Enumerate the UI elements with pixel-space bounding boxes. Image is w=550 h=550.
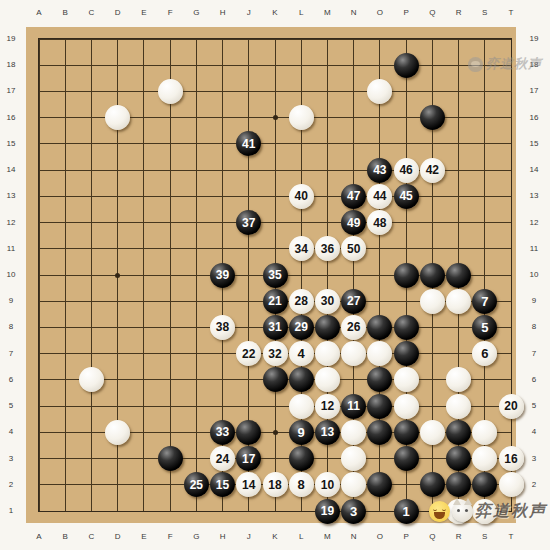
stone-black: 27 [341,289,366,314]
move-number: 32 [268,347,281,361]
stone-white [341,420,366,445]
stone-white: 34 [289,236,314,261]
row-label-right: 14 [530,166,539,174]
stone-black [394,263,419,288]
stone-black [315,315,340,340]
move-number: 45 [399,189,412,203]
col-label-bottom: M [324,533,331,541]
stone-black [420,263,445,288]
col-label-top: B [63,9,68,17]
go-kifu-screenshot: AABBCCDDEEFFGGHHJJKKLLMMNNOOPPQQRRSSTT11… [0,0,550,550]
move-number: 46 [399,163,412,177]
col-label-top: Q [429,9,435,17]
watermark-text: 弈道秋声 [486,55,542,73]
row-label-left: 16 [7,114,16,122]
stone-black [420,105,445,130]
stone-white [158,79,183,104]
star-point [273,115,278,120]
stone-black [263,367,288,392]
stone-black [158,446,183,471]
col-label-top: L [299,9,303,17]
laughing-emoji-icon [429,501,450,522]
stone-black: 43 [367,158,392,183]
row-label-right: 9 [532,297,536,305]
move-number: 38 [216,320,229,334]
col-label-bottom: L [299,533,303,541]
move-number: 31 [268,320,281,334]
move-number: 6 [481,346,488,361]
col-label-bottom: B [63,533,68,541]
col-label-top: F [168,9,173,17]
stone-white [499,472,524,497]
col-label-top: M [324,9,331,17]
row-label-right: 8 [532,323,536,331]
stone-black [394,420,419,445]
move-number: 47 [347,189,360,203]
stone-black: 9 [289,420,314,445]
row-label-right: 6 [532,376,536,384]
stone-white [394,394,419,419]
col-label-top: J [247,9,251,17]
row-label-right: 12 [530,219,539,227]
row-label-left: 2 [9,481,13,489]
stone-white: 12 [315,394,340,419]
row-label-right: 7 [532,350,536,358]
col-label-bottom: R [456,533,462,541]
stone-black [289,367,314,392]
col-label-bottom: H [220,533,226,541]
row-label-right: 3 [532,455,536,463]
col-label-bottom: G [193,533,199,541]
row-label-right: 17 [530,87,539,95]
col-label-top: O [377,9,383,17]
col-label-bottom: J [247,533,251,541]
row-label-right: 10 [530,271,539,279]
col-label-top: K [272,9,277,17]
watermark-top-right: 弈道秋声 [468,55,542,73]
row-label-left: 7 [9,350,13,358]
move-number: 21 [268,294,281,308]
stone-black [394,446,419,471]
col-label-top: N [351,9,357,17]
move-number: 42 [426,163,439,177]
move-number: 7 [481,294,488,309]
row-label-left: 1 [9,507,13,515]
move-number: 41 [242,137,255,151]
stone-white: 26 [341,315,366,340]
star-point [273,430,278,435]
stone-black: 29 [289,315,314,340]
row-label-left: 8 [9,323,13,331]
row-label-left: 19 [7,35,16,43]
stone-white [105,420,130,445]
stone-white [446,289,471,314]
move-number: 48 [373,216,386,230]
move-number: 29 [295,320,308,334]
row-label-left: 18 [7,61,16,69]
stone-black: 45 [394,184,419,209]
move-number: 20 [504,399,517,413]
col-label-top: R [456,9,462,17]
stone-black [394,341,419,366]
row-label-left: 5 [9,402,13,410]
move-number: 25 [190,478,203,492]
publisher-logo-icon [468,57,483,72]
col-label-top: P [403,9,408,17]
stone-black: 47 [341,184,366,209]
move-number: 24 [216,452,229,466]
stone-black: 13 [315,420,340,445]
stone-white [315,341,340,366]
move-number: 11 [347,399,360,413]
stone-white: 32 [263,341,288,366]
stone-black [367,394,392,419]
move-number: 28 [295,294,308,308]
row-label-left: 3 [9,455,13,463]
stone-white: 20 [499,394,524,419]
row-label-left: 12 [7,219,16,227]
stone-black [394,315,419,340]
col-label-top: H [220,9,226,17]
stone-white: 38 [210,315,235,340]
stone-white: 42 [420,158,445,183]
stone-black: 19 [315,499,340,524]
move-number: 9 [298,425,305,440]
move-number: 33 [216,425,229,439]
move-number: 39 [216,268,229,282]
move-number: 43 [373,163,386,177]
move-number: 40 [295,189,308,203]
stone-black: 7 [472,289,497,314]
move-number: 36 [321,242,334,256]
col-label-bottom: A [36,533,41,541]
row-label-right: 11 [530,245,538,253]
move-number: 22 [242,347,255,361]
stone-black [236,420,261,445]
row-label-left: 11 [7,245,15,253]
move-number: 13 [321,425,334,439]
col-label-top: C [89,9,95,17]
move-number: 37 [242,216,255,230]
stone-black: 35 [263,263,288,288]
cat-emoji-icon [452,501,473,522]
col-label-bottom: C [89,533,95,541]
move-number: 18 [268,478,281,492]
move-number: 1 [402,504,409,519]
move-number: 15 [216,478,229,492]
col-label-top: T [509,9,514,17]
stone-black: 3 [341,499,366,524]
move-number: 27 [347,294,360,308]
row-label-right: 4 [532,428,536,436]
col-label-bottom: F [168,533,173,541]
stone-white: 28 [289,289,314,314]
stone-black: 11 [341,394,366,419]
stone-white: 18 [263,472,288,497]
move-number: 35 [268,268,281,282]
stone-black: 25 [184,472,209,497]
stone-white [420,420,445,445]
stone-white: 16 [499,446,524,471]
row-label-left: 9 [9,297,13,305]
move-number: 17 [242,452,255,466]
move-number: 26 [347,320,360,334]
stone-black [289,446,314,471]
move-number: 19 [321,504,334,518]
row-label-right: 16 [530,114,539,122]
move-number: 3 [350,504,357,519]
row-label-right: 19 [530,35,539,43]
stone-black [446,420,471,445]
col-label-bottom: S [482,533,487,541]
stone-black: 31 [263,315,288,340]
stone-white: 4 [289,341,314,366]
move-number: 44 [373,189,386,203]
col-label-top: G [193,9,199,17]
stone-black: 21 [263,289,288,314]
col-label-bottom: N [351,533,357,541]
stone-black [446,446,471,471]
col-label-bottom: P [403,533,408,541]
stone-white [289,105,314,130]
stone-white: 46 [394,158,419,183]
stone-white: 8 [289,472,314,497]
move-number: 4 [298,346,305,361]
stone-white [289,394,314,419]
row-label-left: 4 [9,428,13,436]
move-number: 49 [347,216,360,230]
row-label-right: 2 [532,481,536,489]
row-label-right: 13 [530,192,539,200]
stone-white [394,367,419,392]
row-label-left: 13 [7,192,16,200]
col-label-top: D [115,9,121,17]
stone-black: 33 [210,420,235,445]
stone-black [446,263,471,288]
stone-white [446,394,471,419]
stone-black [394,53,419,78]
stone-white: 30 [315,289,340,314]
col-label-bottom: Q [429,533,435,541]
stone-black: 1 [394,499,419,524]
stone-black [420,472,445,497]
col-label-bottom: K [272,533,277,541]
star-point [115,273,120,278]
row-label-left: 15 [7,140,16,148]
move-number: 14 [242,478,255,492]
watermark-bottom-right: 弈道秋声 [429,501,547,522]
move-number: 8 [298,477,305,492]
row-label-left: 6 [9,376,13,384]
move-number: 34 [295,242,308,256]
col-label-bottom: T [509,533,514,541]
row-label-right: 15 [530,140,539,148]
stone-black: 39 [210,263,235,288]
row-label-right: 5 [532,402,536,410]
move-number: 5 [481,320,488,335]
move-number: 10 [321,478,334,492]
watermark-text: 弈道秋声 [475,501,547,522]
stone-white [420,289,445,314]
move-number: 12 [321,399,334,413]
row-label-left: 14 [7,166,16,174]
col-label-top: E [141,9,146,17]
col-label-top: A [36,9,41,17]
move-number: 50 [347,242,360,256]
move-number: 16 [504,452,517,466]
row-label-left: 17 [7,87,16,95]
move-number: 30 [321,294,334,308]
stone-white: 24 [210,446,235,471]
col-label-top: S [482,9,487,17]
col-label-bottom: D [115,533,121,541]
col-label-bottom: O [377,533,383,541]
stone-white [472,420,497,445]
stone-white: 40 [289,184,314,209]
row-label-left: 10 [7,271,16,279]
col-label-bottom: E [141,533,146,541]
